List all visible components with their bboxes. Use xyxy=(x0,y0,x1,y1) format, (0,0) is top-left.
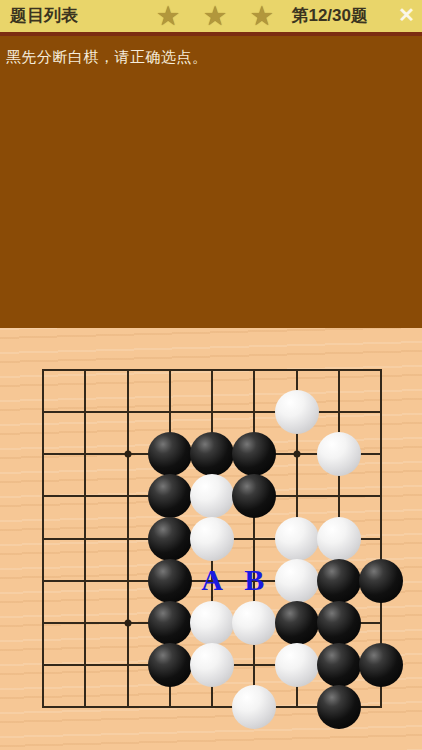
instruction-text: 黑先分断白棋，请正确选点。 xyxy=(0,36,422,67)
close-icon[interactable]: ✕ xyxy=(396,0,417,32)
stone-white xyxy=(317,432,361,476)
stone-white xyxy=(317,517,361,561)
star-icon: ★ xyxy=(203,1,227,31)
star-point xyxy=(293,451,300,458)
go-board[interactable]: AB xyxy=(0,328,422,750)
difficulty-stars: ★★★ xyxy=(156,0,274,32)
star-icon: ★ xyxy=(156,1,180,31)
stone-black xyxy=(232,432,276,476)
stone-black xyxy=(148,432,192,476)
stone-black xyxy=(317,601,361,645)
stone-black xyxy=(232,474,276,518)
problem-counter: 第12/30题 xyxy=(291,0,368,32)
stone-black xyxy=(148,517,192,561)
stone-black xyxy=(148,643,192,687)
stone-white xyxy=(275,559,319,603)
prompt-area: 黑先分断白棋，请正确选点。 xyxy=(0,36,422,328)
stone-white xyxy=(190,517,234,561)
stone-white xyxy=(232,685,276,729)
stone-black xyxy=(148,601,192,645)
stone-black xyxy=(359,559,403,603)
stone-white xyxy=(190,601,234,645)
problem-list-button[interactable]: 题目列表 xyxy=(10,0,78,32)
stone-white xyxy=(275,390,319,434)
star-point xyxy=(124,451,131,458)
candidate-point-b[interactable]: B xyxy=(244,564,264,594)
stone-black xyxy=(317,643,361,687)
stone-black xyxy=(317,685,361,729)
stone-black xyxy=(317,559,361,603)
grid-line-vertical xyxy=(253,369,255,708)
candidate-point-a[interactable]: A xyxy=(201,564,223,594)
app-screen: 题目列表 ★★★ 第12/30题 ✕ 黑先分断白棋，请正确选点。 AB xyxy=(0,0,422,750)
stone-white xyxy=(190,643,234,687)
stone-black xyxy=(190,432,234,476)
stone-white xyxy=(275,643,319,687)
stone-black xyxy=(359,643,403,687)
title-bar: 题目列表 ★★★ 第12/30题 ✕ xyxy=(0,0,422,32)
stone-black xyxy=(275,601,319,645)
stone-white xyxy=(275,517,319,561)
stone-black xyxy=(148,474,192,518)
star-icon: ★ xyxy=(250,1,274,31)
stone-white xyxy=(232,601,276,645)
stone-black xyxy=(148,559,192,603)
stone-white xyxy=(190,474,234,518)
star-point xyxy=(124,619,131,626)
